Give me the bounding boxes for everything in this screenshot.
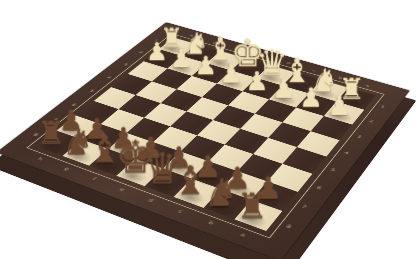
white-pawn-glyph: ♟: [269, 76, 299, 102]
chess-photo-scene: hhggffeeddccbbaa1122334455667788 ♜♞♝♛♚♝♞…: [0, 0, 420, 259]
white-pawn-glyph: ♟: [242, 68, 272, 94]
white-pawn-glyph: ♟: [324, 92, 355, 119]
black-rook-glyph: ♜: [234, 188, 270, 223]
white-pawn-glyph: ♟: [296, 84, 327, 111]
